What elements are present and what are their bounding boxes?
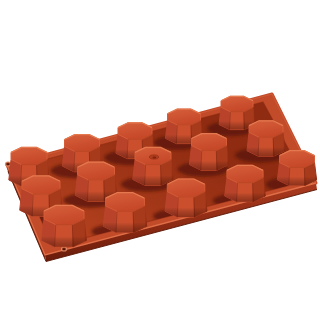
- bump-r2c4: [189, 134, 228, 171]
- bump-r3c1: [42, 205, 87, 246]
- bump-r3c5: [277, 151, 316, 186]
- bump-r2c3: [133, 147, 173, 185]
- bump-r3c2: [103, 193, 146, 233]
- bump-r1c5: [219, 96, 255, 129]
- silicone-mold-image: [0, 0, 320, 320]
- product-photo: [0, 0, 320, 320]
- bump-r2c5: [247, 121, 285, 156]
- bump-r3c3: [165, 179, 207, 217]
- bump-r3c4: [225, 165, 266, 201]
